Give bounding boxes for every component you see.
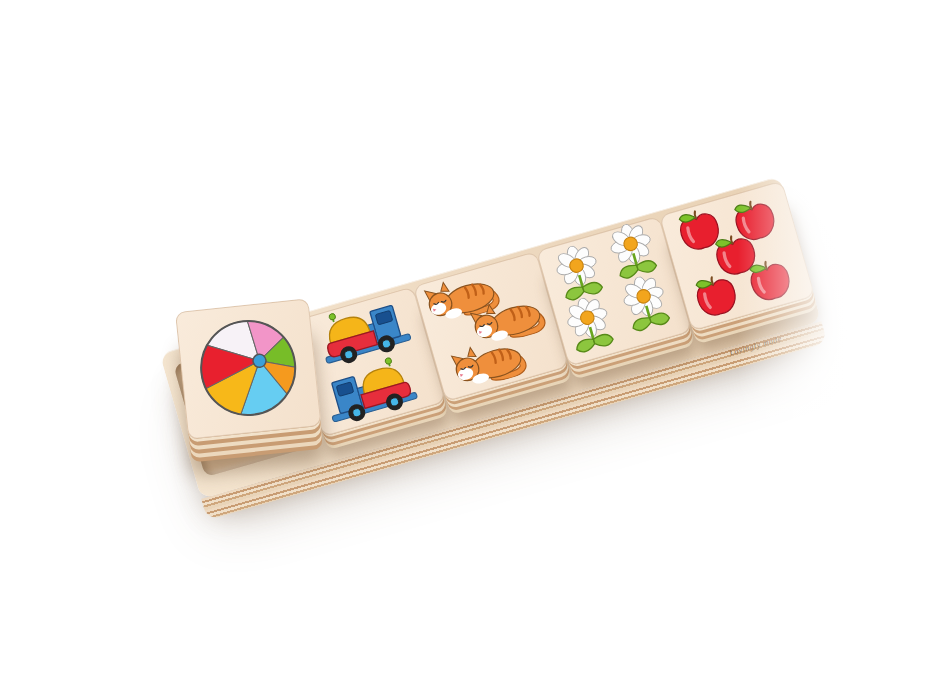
product-photo-wooden-counting-puzzle: Lovingly made (0, 0, 928, 686)
tile-beach-ball-lifted[interactable] (175, 298, 322, 439)
puzzle-board: Lovingly made (160, 176, 822, 499)
flower-icon (557, 291, 624, 363)
ball-motif-area (176, 299, 320, 438)
cat-icon (446, 331, 534, 393)
recess-slot-4[interactable] (543, 227, 688, 371)
ball-icon (193, 313, 303, 423)
recess-slot-5[interactable] (666, 192, 811, 336)
flower-icon (613, 270, 680, 342)
recess-slot-3[interactable] (420, 262, 565, 406)
